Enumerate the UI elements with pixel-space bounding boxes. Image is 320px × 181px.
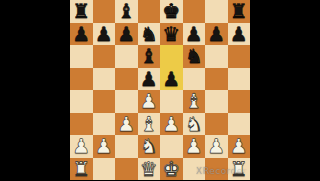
square-b5[interactable] (93, 68, 116, 91)
letterbox-right (250, 0, 320, 180)
square-g1[interactable] (205, 158, 228, 181)
square-g3[interactable] (205, 113, 228, 136)
square-c8[interactable]: ♝ (115, 0, 138, 23)
piece-black-bishop-c8[interactable]: ♝ (117, 0, 135, 22)
square-b1[interactable] (93, 158, 116, 181)
square-f5[interactable] (183, 68, 206, 91)
square-d6[interactable]: ♝ (138, 45, 161, 68)
piece-black-pawn-d5[interactable]: ♟ (140, 67, 158, 90)
square-h6[interactable] (228, 45, 251, 68)
piece-white-rook-a1[interactable]: ♜ (72, 157, 90, 180)
square-a3[interactable] (70, 113, 93, 136)
square-d3[interactable]: ♝ (138, 113, 161, 136)
piece-black-pawn-h7[interactable]: ♟ (230, 22, 248, 45)
piece-black-rook-h8[interactable]: ♜ (230, 0, 248, 22)
square-e2[interactable] (160, 135, 183, 158)
square-a1[interactable]: ♜ (70, 158, 93, 181)
square-f4[interactable]: ♝ (183, 90, 206, 113)
letterbox-left (0, 0, 70, 180)
square-a5[interactable] (70, 68, 93, 91)
square-e3[interactable]: ♟ (160, 113, 183, 136)
square-h8[interactable]: ♜ (228, 0, 251, 23)
square-b2[interactable]: ♟ (93, 135, 116, 158)
square-e6[interactable] (160, 45, 183, 68)
square-g6[interactable] (205, 45, 228, 68)
square-c2[interactable] (115, 135, 138, 158)
square-d5[interactable]: ♟ (138, 68, 161, 91)
square-h3[interactable] (228, 113, 251, 136)
piece-black-queen-e7[interactable]: ♛ (162, 22, 180, 45)
square-c4[interactable] (115, 90, 138, 113)
piece-white-pawn-g2[interactable]: ♟ (207, 135, 225, 158)
piece-white-bishop-f4[interactable]: ♝ (185, 90, 203, 113)
square-h1[interactable]: ♜ (228, 158, 251, 181)
piece-white-pawn-e3[interactable]: ♟ (162, 112, 180, 135)
square-a2[interactable]: ♟ (70, 135, 93, 158)
square-a8[interactable]: ♜ (70, 0, 93, 23)
square-d1[interactable]: ♛ (138, 158, 161, 181)
square-f3[interactable]: ♞ (183, 113, 206, 136)
square-d4[interactable]: ♟ (138, 90, 161, 113)
piece-black-pawn-g7[interactable]: ♟ (207, 22, 225, 45)
piece-black-bishop-d6[interactable]: ♝ (140, 45, 158, 68)
piece-white-king-e1[interactable]: ♚ (162, 157, 180, 180)
piece-white-bishop-d3[interactable]: ♝ (140, 112, 158, 135)
square-b3[interactable] (93, 113, 116, 136)
piece-white-queen-d1[interactable]: ♛ (140, 157, 158, 180)
piece-black-knight-f6[interactable]: ♞ (185, 45, 203, 68)
square-e4[interactable] (160, 90, 183, 113)
piece-black-knight-d7[interactable]: ♞ (140, 22, 158, 45)
square-g2[interactable]: ♟ (205, 135, 228, 158)
square-c7[interactable]: ♟ (115, 23, 138, 46)
square-f8[interactable] (183, 0, 206, 23)
square-h4[interactable] (228, 90, 251, 113)
chess-board[interactable]: ♜♝♚♜♟♟♟♞♛♟♟♟♝♞♟♟♟♝♟♝♟♞♟♟♞♟♟♟♜♛♚♜ (70, 0, 250, 180)
square-f2[interactable]: ♟ (183, 135, 206, 158)
square-f6[interactable]: ♞ (183, 45, 206, 68)
square-e7[interactable]: ♛ (160, 23, 183, 46)
piece-white-pawn-d4[interactable]: ♟ (140, 90, 158, 113)
square-d8[interactable] (138, 0, 161, 23)
square-g5[interactable] (205, 68, 228, 91)
square-b8[interactable] (93, 0, 116, 23)
piece-white-pawn-b2[interactable]: ♟ (95, 135, 113, 158)
square-c1[interactable] (115, 158, 138, 181)
square-c5[interactable] (115, 68, 138, 91)
piece-black-king-e8[interactable]: ♚ (162, 0, 180, 22)
square-e5[interactable]: ♟ (160, 68, 183, 91)
square-e1[interactable]: ♚ (160, 158, 183, 181)
square-a4[interactable] (70, 90, 93, 113)
square-h2[interactable]: ♟ (228, 135, 251, 158)
piece-white-pawn-c3[interactable]: ♟ (117, 112, 135, 135)
piece-white-rook-h1[interactable]: ♜ (230, 157, 248, 180)
piece-black-pawn-a7[interactable]: ♟ (72, 22, 90, 45)
square-g4[interactable] (205, 90, 228, 113)
piece-white-pawn-h2[interactable]: ♟ (230, 135, 248, 158)
square-h7[interactable]: ♟ (228, 23, 251, 46)
piece-black-pawn-e5[interactable]: ♟ (162, 67, 180, 90)
square-b4[interactable] (93, 90, 116, 113)
square-f1[interactable] (183, 158, 206, 181)
piece-black-pawn-c7[interactable]: ♟ (117, 22, 135, 45)
piece-white-pawn-a2[interactable]: ♟ (72, 135, 90, 158)
square-c3[interactable]: ♟ (115, 113, 138, 136)
piece-black-rook-a8[interactable]: ♜ (72, 0, 90, 22)
square-d2[interactable]: ♞ (138, 135, 161, 158)
square-a6[interactable] (70, 45, 93, 68)
square-g7[interactable]: ♟ (205, 23, 228, 46)
piece-white-pawn-f2[interactable]: ♟ (185, 135, 203, 158)
square-g8[interactable] (205, 0, 228, 23)
piece-white-knight-d2[interactable]: ♞ (140, 135, 158, 158)
square-e8[interactable]: ♚ (160, 0, 183, 23)
square-c6[interactable] (115, 45, 138, 68)
piece-black-pawn-b7[interactable]: ♟ (95, 22, 113, 45)
square-h5[interactable] (228, 68, 251, 91)
square-f7[interactable]: ♟ (183, 23, 206, 46)
square-b7[interactable]: ♟ (93, 23, 116, 46)
piece-black-pawn-f7[interactable]: ♟ (185, 22, 203, 45)
square-d7[interactable]: ♞ (138, 23, 161, 46)
square-a7[interactable]: ♟ (70, 23, 93, 46)
square-b6[interactable] (93, 45, 116, 68)
video-frame: ♜♝♚♜♟♟♟♞♛♟♟♟♝♞♟♟♟♝♟♝♟♞♟♟♞♟♟♟♜♛♚♜ XRecord… (0, 0, 320, 180)
piece-white-knight-f3[interactable]: ♞ (185, 112, 203, 135)
